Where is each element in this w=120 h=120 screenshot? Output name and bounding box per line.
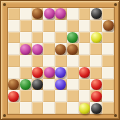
board-cell-r4c3[interactable]: [43, 55, 55, 67]
board-cell-r5c7[interactable]: [90, 67, 102, 79]
marble-pink[interactable]: [32, 44, 43, 55]
board-cell-r0c6[interactable]: [79, 8, 91, 20]
board-cell-r3c3[interactable]: [43, 43, 55, 55]
board-cell-r5c4[interactable]: [55, 67, 67, 79]
board-cell-r7c7[interactable]: [90, 90, 102, 102]
marble-brown[interactable]: [8, 79, 19, 90]
marble-pink[interactable]: [44, 67, 55, 78]
board-cell-r5c5[interactable]: [67, 67, 79, 79]
board-cell-r2c8[interactable]: [102, 32, 114, 44]
marble-black[interactable]: [91, 8, 102, 19]
board-cell-r6c5[interactable]: [67, 79, 79, 91]
board-frame: [0, 0, 120, 120]
marble-pink[interactable]: [20, 44, 31, 55]
board-cell-r0c1[interactable]: [20, 8, 32, 20]
board-cell-r1c5[interactable]: [67, 20, 79, 32]
marble-brown[interactable]: [32, 8, 43, 19]
marble-purple[interactable]: [55, 67, 66, 78]
board-cell-r2c2[interactable]: [32, 32, 44, 44]
board-cell-r4c5[interactable]: [67, 55, 79, 67]
marble-brown[interactable]: [103, 20, 114, 31]
board-cell-r1c4[interactable]: [55, 20, 67, 32]
board-cell-r3c4[interactable]: [55, 43, 67, 55]
board-cell-r7c8[interactable]: [102, 90, 114, 102]
board-cell-r3c0[interactable]: [8, 43, 20, 55]
marble-yellow[interactable]: [79, 103, 90, 114]
board-cell-r0c7[interactable]: [90, 8, 102, 20]
board-cell-r6c7[interactable]: [90, 79, 102, 91]
board-cell-r3c5[interactable]: [67, 43, 79, 55]
board-cell-r8c1[interactable]: [20, 102, 32, 114]
board-cell-r8c8[interactable]: [102, 102, 114, 114]
board-cell-r1c3[interactable]: [43, 20, 55, 32]
board-cell-r3c1[interactable]: [20, 43, 32, 55]
marble-purple[interactable]: [55, 79, 66, 90]
board-cell-r6c6[interactable]: [79, 79, 91, 91]
marble-green[interactable]: [20, 79, 31, 90]
board-cell-r0c8[interactable]: [102, 8, 114, 20]
board-cell-r2c1[interactable]: [20, 32, 32, 44]
board-cell-r7c0[interactable]: [8, 90, 20, 102]
board-cell-r8c5[interactable]: [67, 102, 79, 114]
screw-icon: [3, 114, 6, 117]
board-cell-r6c3[interactable]: [43, 79, 55, 91]
board-cell-r7c4[interactable]: [55, 90, 67, 102]
board-cell-r5c1[interactable]: [20, 67, 32, 79]
board-cell-r5c6[interactable]: [79, 67, 91, 79]
board-cell-r3c6[interactable]: [79, 43, 91, 55]
screw-icon: [114, 114, 117, 117]
board-cell-r0c3[interactable]: [43, 8, 55, 20]
board-cell-r1c2[interactable]: [32, 20, 44, 32]
board-cell-r0c4[interactable]: [55, 8, 67, 20]
board-cell-r4c6[interactable]: [79, 55, 91, 67]
board-cell-r0c0[interactable]: [8, 8, 20, 20]
board-cell-r4c2[interactable]: [32, 55, 44, 67]
board-cell-r1c1[interactable]: [20, 20, 32, 32]
board-cell-r3c8[interactable]: [102, 43, 114, 55]
board-cell-r7c3[interactable]: [43, 90, 55, 102]
marble-yellow[interactable]: [91, 32, 102, 43]
board-cell-r1c8[interactable]: [102, 20, 114, 32]
board-cell-r6c0[interactable]: [8, 79, 20, 91]
board-cell-r7c2[interactable]: [32, 90, 44, 102]
board-cell-r3c7[interactable]: [90, 43, 102, 55]
board-cell-r7c6[interactable]: [79, 90, 91, 102]
marble-brown[interactable]: [55, 44, 66, 55]
board-cell-r7c1[interactable]: [20, 90, 32, 102]
board-cell-r5c2[interactable]: [32, 67, 44, 79]
board-cell-r8c0[interactable]: [8, 102, 20, 114]
board-cell-r5c0[interactable]: [8, 67, 20, 79]
board-cell-r8c7[interactable]: [90, 102, 102, 114]
board-cell-r6c4[interactable]: [55, 79, 67, 91]
marble-brown[interactable]: [67, 44, 78, 55]
marble-red[interactable]: [91, 91, 102, 102]
screw-icon: [3, 3, 6, 6]
board-cell-r4c8[interactable]: [102, 55, 114, 67]
marble-black[interactable]: [32, 79, 43, 90]
marble-green[interactable]: [67, 32, 78, 43]
board-cell-r6c1[interactable]: [20, 79, 32, 91]
board-cell-r2c7[interactable]: [90, 32, 102, 44]
marble-black[interactable]: [91, 103, 102, 114]
marble-pink[interactable]: [44, 8, 55, 19]
marble-red[interactable]: [8, 91, 19, 102]
board-cell-r6c2[interactable]: [32, 79, 44, 91]
game-board: [8, 8, 114, 114]
marble-red[interactable]: [32, 67, 43, 78]
board-cell-r2c3[interactable]: [43, 32, 55, 44]
board-cell-r8c3[interactable]: [43, 102, 55, 114]
board-cell-r2c4[interactable]: [55, 32, 67, 44]
board-cell-r2c0[interactable]: [8, 32, 20, 44]
board-cell-r2c5[interactable]: [67, 32, 79, 44]
marble-red[interactable]: [79, 67, 90, 78]
board-cell-r8c4[interactable]: [55, 102, 67, 114]
marble-pink[interactable]: [55, 8, 66, 19]
board-cell-r8c6[interactable]: [79, 102, 91, 114]
board-cell-r6c8[interactable]: [102, 79, 114, 91]
board-cell-r1c6[interactable]: [79, 20, 91, 32]
board-cell-r0c2[interactable]: [32, 8, 44, 20]
board-cell-r2c6[interactable]: [79, 32, 91, 44]
board-cell-r4c0[interactable]: [8, 55, 20, 67]
board-cell-r0c5[interactable]: [67, 8, 79, 20]
board-cell-r8c2[interactable]: [32, 102, 44, 114]
board-cell-r1c0[interactable]: [8, 20, 20, 32]
board-cell-r4c4[interactable]: [55, 55, 67, 67]
board-cell-r4c1[interactable]: [20, 55, 32, 67]
board-cell-r5c8[interactable]: [102, 67, 114, 79]
board-cell-r3c2[interactable]: [32, 43, 44, 55]
screw-icon: [114, 3, 117, 6]
board-cell-r5c3[interactable]: [43, 67, 55, 79]
board-cell-r4c7[interactable]: [90, 55, 102, 67]
marble-red[interactable]: [91, 79, 102, 90]
board-cell-r7c5[interactable]: [67, 90, 79, 102]
board-cell-r1c7[interactable]: [90, 20, 102, 32]
